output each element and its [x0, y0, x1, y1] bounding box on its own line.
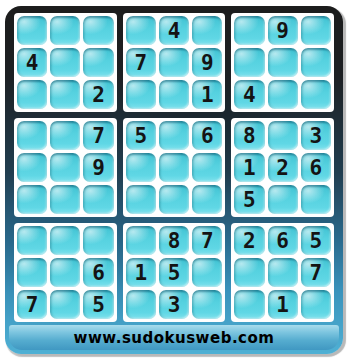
cell-r2c9[interactable] — [301, 48, 331, 77]
given-digit: 3 — [310, 125, 323, 147]
given-digit: 1 — [201, 84, 214, 106]
cell-r5c5[interactable] — [159, 153, 189, 182]
given-digit: 2 — [92, 84, 105, 106]
cell-r3c1[interactable] — [17, 80, 47, 109]
cell-r5c6[interactable] — [192, 153, 222, 182]
cell-r5c7[interactable]: 1 — [234, 153, 264, 182]
box-1-1: 42 — [14, 13, 117, 112]
cell-r2c2[interactable] — [50, 48, 80, 77]
site-url: www.sudokusweb.com — [74, 329, 275, 347]
given-digit: 4 — [243, 84, 256, 106]
cell-r5c1[interactable] — [17, 153, 47, 182]
cell-r1c9[interactable] — [301, 16, 331, 45]
cell-r1c7[interactable] — [234, 16, 264, 45]
given-digit: 4 — [168, 20, 181, 42]
cell-r5c8[interactable]: 2 — [268, 153, 298, 182]
given-digit: 7 — [26, 294, 39, 316]
cell-r6c5[interactable] — [159, 185, 189, 214]
cell-r7c8[interactable]: 6 — [268, 226, 298, 255]
cell-r2c6[interactable]: 9 — [192, 48, 222, 77]
given-digit: 9 — [92, 157, 105, 179]
cell-r6c2[interactable] — [50, 185, 80, 214]
cell-r6c4[interactable] — [126, 185, 156, 214]
given-digit: 8 — [168, 230, 181, 252]
given-digit: 2 — [276, 157, 289, 179]
cell-r3c8[interactable] — [268, 80, 298, 109]
cell-r2c5[interactable] — [159, 48, 189, 77]
cell-r3c6[interactable]: 1 — [192, 80, 222, 109]
cell-r3c9[interactable] — [301, 80, 331, 109]
cell-r9c3[interactable]: 5 — [83, 290, 113, 319]
given-digit: 7 — [134, 52, 147, 74]
cell-r8c7[interactable] — [234, 258, 264, 287]
given-digit: 8 — [243, 125, 256, 147]
cell-r9c9[interactable] — [301, 290, 331, 319]
box-2-1: 79 — [14, 118, 117, 217]
cell-r1c6[interactable] — [192, 16, 222, 45]
given-digit: 9 — [276, 20, 289, 42]
cell-r3c4[interactable] — [126, 80, 156, 109]
cell-r6c3[interactable] — [83, 185, 113, 214]
given-digit: 5 — [243, 189, 256, 211]
cell-r9c8[interactable]: 1 — [268, 290, 298, 319]
cell-r3c7[interactable]: 4 — [234, 80, 264, 109]
box-3-1: 675 — [14, 223, 117, 322]
cell-r9c4[interactable] — [126, 290, 156, 319]
given-digit: 5 — [134, 125, 147, 147]
cell-r4c3[interactable]: 7 — [83, 121, 113, 150]
given-digit: 6 — [201, 125, 214, 147]
cell-r7c5[interactable]: 8 — [159, 226, 189, 255]
cell-r9c1[interactable]: 7 — [17, 290, 47, 319]
given-digit: 1 — [134, 262, 147, 284]
given-digit: 7 — [310, 262, 323, 284]
cell-r7c1[interactable] — [17, 226, 47, 255]
cell-r3c5[interactable] — [159, 80, 189, 109]
given-digit: 3 — [168, 294, 181, 316]
cell-r7c7[interactable]: 2 — [234, 226, 264, 255]
cell-r2c3[interactable] — [83, 48, 113, 77]
box-2-2: 56 — [123, 118, 226, 217]
box-2-3: 831265 — [231, 118, 334, 217]
cell-r1c1[interactable] — [17, 16, 47, 45]
cell-r8c5[interactable]: 5 — [159, 258, 189, 287]
cell-r2c8[interactable] — [268, 48, 298, 77]
cell-r2c4[interactable]: 7 — [126, 48, 156, 77]
cell-r1c4[interactable] — [126, 16, 156, 45]
sudoku-board-frame: 4247919479568312656758715326571 www.sudo… — [5, 6, 343, 354]
cell-r9c6[interactable] — [192, 290, 222, 319]
cell-r1c8[interactable]: 9 — [268, 16, 298, 45]
given-digit: 4 — [26, 52, 39, 74]
cell-r6c6[interactable] — [192, 185, 222, 214]
box-3-2: 87153 — [123, 223, 226, 322]
cell-r7c4[interactable] — [126, 226, 156, 255]
cell-r6c9[interactable] — [301, 185, 331, 214]
cell-r9c5[interactable]: 3 — [159, 290, 189, 319]
box-3-3: 26571 — [231, 223, 334, 322]
cell-r9c7[interactable] — [234, 290, 264, 319]
cell-r1c5[interactable]: 4 — [159, 16, 189, 45]
given-digit: 1 — [243, 157, 256, 179]
cell-r4c8[interactable] — [268, 121, 298, 150]
sudoku-board: 4247919479568312656758715326571 — [14, 13, 334, 322]
cell-r8c1[interactable] — [17, 258, 47, 287]
cell-r8c6[interactable] — [192, 258, 222, 287]
given-digit: 9 — [201, 52, 214, 74]
cell-r4c9[interactable]: 3 — [301, 121, 331, 150]
cell-r2c7[interactable] — [234, 48, 264, 77]
given-digit: 6 — [92, 262, 105, 284]
cell-r8c2[interactable] — [50, 258, 80, 287]
box-1-2: 4791 — [123, 13, 226, 112]
given-digit: 7 — [92, 125, 105, 147]
given-digit: 7 — [201, 230, 214, 252]
cell-r2c1[interactable]: 4 — [17, 48, 47, 77]
cell-r1c3[interactable] — [83, 16, 113, 45]
given-digit: 6 — [276, 230, 289, 252]
cell-r6c7[interactable]: 5 — [234, 185, 264, 214]
cell-r8c3[interactable]: 6 — [83, 258, 113, 287]
cell-r6c1[interactable] — [17, 185, 47, 214]
cell-r7c9[interactable]: 5 — [301, 226, 331, 255]
cell-r3c3[interactable]: 2 — [83, 80, 113, 109]
cell-r4c1[interactable] — [17, 121, 47, 150]
cell-r5c2[interactable] — [50, 153, 80, 182]
cell-r5c3[interactable]: 9 — [83, 153, 113, 182]
given-digit: 6 — [310, 157, 323, 179]
cell-r4c6[interactable]: 6 — [192, 121, 222, 150]
cell-r5c9[interactable]: 6 — [301, 153, 331, 182]
cell-r7c3[interactable] — [83, 226, 113, 255]
cell-r3c2[interactable] — [50, 80, 80, 109]
cell-r6c8[interactable] — [268, 185, 298, 214]
footer-band: www.sudokusweb.com — [9, 325, 339, 350]
given-digit: 1 — [276, 294, 289, 316]
given-digit: 5 — [92, 294, 105, 316]
cell-r8c9[interactable]: 7 — [301, 258, 331, 287]
cell-r8c8[interactable] — [268, 258, 298, 287]
cell-r5c4[interactable] — [126, 153, 156, 182]
cell-r4c7[interactable]: 8 — [234, 121, 264, 150]
cell-r4c5[interactable] — [159, 121, 189, 150]
box-1-3: 94 — [231, 13, 334, 112]
cell-r8c4[interactable]: 1 — [126, 258, 156, 287]
given-digit: 2 — [243, 230, 256, 252]
cell-r7c6[interactable]: 7 — [192, 226, 222, 255]
cell-r9c2[interactable] — [50, 290, 80, 319]
cell-r4c4[interactable]: 5 — [126, 121, 156, 150]
cell-r1c2[interactable] — [50, 16, 80, 45]
cell-r4c2[interactable] — [50, 121, 80, 150]
given-digit: 5 — [168, 262, 181, 284]
given-digit: 5 — [310, 230, 323, 252]
cell-r7c2[interactable] — [50, 226, 80, 255]
